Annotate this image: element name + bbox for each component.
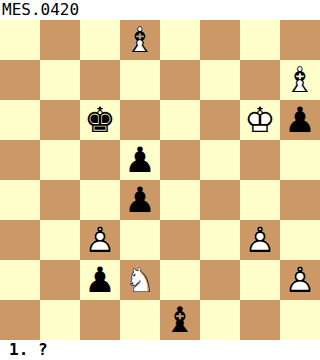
square-b8[interactable]: [40, 20, 80, 60]
square-f1[interactable]: [200, 300, 240, 340]
move-prompt: 1. ?: [0, 340, 320, 360]
square-d1[interactable]: [120, 300, 160, 340]
square-d4[interactable]: ♟: [120, 180, 160, 220]
square-c4[interactable]: [80, 180, 120, 220]
square-e3[interactable]: [160, 220, 200, 260]
square-g7[interactable]: [240, 60, 280, 100]
square-b4[interactable]: [40, 180, 80, 220]
square-a8[interactable]: [0, 20, 40, 60]
square-g5[interactable]: [240, 140, 280, 180]
square-c5[interactable]: [80, 140, 120, 180]
square-e2[interactable]: [160, 260, 200, 300]
white-knight: ♞♘: [120, 260, 160, 300]
square-a1[interactable]: [0, 300, 40, 340]
black-king: ♚: [80, 100, 120, 140]
white-bishop: ♝♗: [120, 20, 160, 60]
square-g2[interactable]: [240, 260, 280, 300]
black-pawn: ♟: [280, 100, 320, 140]
square-a5[interactable]: [0, 140, 40, 180]
square-c3[interactable]: ♟♙: [80, 220, 120, 260]
square-b1[interactable]: [40, 300, 80, 340]
square-c1[interactable]: [80, 300, 120, 340]
square-d7[interactable]: [120, 60, 160, 100]
square-h5[interactable]: [280, 140, 320, 180]
square-g3[interactable]: ♟♙: [240, 220, 280, 260]
white-bishop: ♝♗: [280, 60, 320, 100]
square-a3[interactable]: [0, 220, 40, 260]
white-pawn: ♟♙: [80, 220, 120, 260]
square-h7[interactable]: ♝♗: [280, 60, 320, 100]
square-a7[interactable]: [0, 60, 40, 100]
white-pawn: ♟♙: [240, 220, 280, 260]
square-g1[interactable]: [240, 300, 280, 340]
square-b7[interactable]: [40, 60, 80, 100]
square-e4[interactable]: [160, 180, 200, 220]
square-h2[interactable]: ♟♙: [280, 260, 320, 300]
square-f6[interactable]: [200, 100, 240, 140]
square-h8[interactable]: [280, 20, 320, 60]
square-c2[interactable]: ♟: [80, 260, 120, 300]
square-e8[interactable]: [160, 20, 200, 60]
square-h4[interactable]: [280, 180, 320, 220]
square-g8[interactable]: [240, 20, 280, 60]
puzzle-id: MES.0420: [0, 0, 320, 20]
square-f3[interactable]: [200, 220, 240, 260]
square-d6[interactable]: [120, 100, 160, 140]
black-pawn: ♟: [120, 140, 160, 180]
black-pawn: ♟: [80, 260, 120, 300]
square-e5[interactable]: [160, 140, 200, 180]
square-b6[interactable]: [40, 100, 80, 140]
square-e1[interactable]: ♝: [160, 300, 200, 340]
square-c7[interactable]: [80, 60, 120, 100]
white-king: ♚♔: [240, 100, 280, 140]
square-d3[interactable]: [120, 220, 160, 260]
square-h1[interactable]: [280, 300, 320, 340]
square-b3[interactable]: [40, 220, 80, 260]
white-pawn: ♟♙: [280, 260, 320, 300]
square-f2[interactable]: [200, 260, 240, 300]
square-f8[interactable]: [200, 20, 240, 60]
square-f4[interactable]: [200, 180, 240, 220]
square-e6[interactable]: [160, 100, 200, 140]
black-pawn: ♟: [120, 180, 160, 220]
square-h3[interactable]: [280, 220, 320, 260]
square-b2[interactable]: [40, 260, 80, 300]
square-f7[interactable]: [200, 60, 240, 100]
square-g6[interactable]: ♚♔: [240, 100, 280, 140]
black-bishop: ♝: [160, 300, 200, 340]
square-a4[interactable]: [0, 180, 40, 220]
square-h6[interactable]: ♟: [280, 100, 320, 140]
square-d5[interactable]: ♟: [120, 140, 160, 180]
square-d2[interactable]: ♞♘: [120, 260, 160, 300]
square-g4[interactable]: [240, 180, 280, 220]
square-a6[interactable]: [0, 100, 40, 140]
square-a2[interactable]: [0, 260, 40, 300]
square-b5[interactable]: [40, 140, 80, 180]
square-f5[interactable]: [200, 140, 240, 180]
square-d8[interactable]: ♝♗: [120, 20, 160, 60]
square-c8[interactable]: [80, 20, 120, 60]
square-e7[interactable]: [160, 60, 200, 100]
square-c6[interactable]: ♚: [80, 100, 120, 140]
chess-board: ♝♗♝♗♚♚♔♟♟♟♟♙♟♙♟♞♘♟♙♝: [0, 20, 320, 340]
